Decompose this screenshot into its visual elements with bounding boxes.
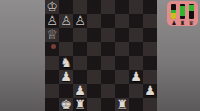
piece-white-pawn[interactable]: ♟ (73, 84, 87, 98)
board-square[interactable] (143, 56, 157, 70)
board-square[interactable] (59, 42, 73, 56)
piece-white-pawn[interactable]: ♟ (143, 84, 157, 98)
meter-group (171, 4, 194, 19)
board-square[interactable] (87, 14, 101, 28)
board-square[interactable] (101, 70, 115, 84)
board-square[interactable] (143, 98, 157, 111)
piece-black-king[interactable]: ♔ (45, 0, 59, 14)
meter-1-fill (171, 13, 176, 19)
meter-1 (171, 4, 176, 19)
board-square[interactable] (59, 84, 73, 98)
meter-3-fill (189, 5, 194, 11)
meter-1-fill (171, 10, 176, 13)
board-square[interactable] (87, 28, 101, 42)
board-square[interactable] (129, 0, 143, 14)
piece-white-pawn[interactable]: ♟ (59, 70, 73, 84)
board-square[interactable] (129, 28, 143, 42)
board-square[interactable] (87, 56, 101, 70)
board-square[interactable] (87, 84, 101, 98)
board-square[interactable] (87, 0, 101, 14)
board-square[interactable] (87, 70, 101, 84)
piece-white-rook[interactable]: ♜ (115, 98, 129, 111)
board-square[interactable] (101, 28, 115, 42)
board-square[interactable] (101, 14, 115, 28)
board-square[interactable] (101, 56, 115, 70)
board-square[interactable] (129, 14, 143, 28)
board-square[interactable] (143, 28, 157, 42)
board-square[interactable] (129, 56, 143, 70)
board-square[interactable] (73, 70, 87, 84)
piece-black-queen[interactable]: ♕ (45, 28, 59, 42)
move-marker-dot[interactable] (51, 44, 56, 49)
board-square[interactable] (73, 56, 87, 70)
queen-meter-icon: ♛ (188, 20, 194, 26)
board-square[interactable] (115, 84, 129, 98)
piece-black-pawn[interactable]: ♙ (45, 14, 59, 28)
board-square[interactable] (115, 28, 129, 42)
board-square[interactable] (45, 84, 59, 98)
meter-2 (180, 4, 185, 19)
board-square[interactable] (73, 0, 87, 14)
piece-white-knight[interactable]: ♞ (59, 56, 73, 70)
pawn-meter-icon: ♟ (171, 20, 177, 26)
piece-black-pawn[interactable]: ♙ (73, 14, 87, 28)
meter-icon-row: ♟♜♛ (171, 20, 194, 26)
board-square[interactable] (45, 56, 59, 70)
meter-2-fill (180, 6, 185, 16)
meter-panel: ♟♜♛ (167, 1, 198, 26)
piece-black-pawn[interactable]: ♙ (59, 14, 73, 28)
board-square[interactable] (101, 0, 115, 14)
board-square[interactable] (87, 42, 101, 56)
board-square[interactable] (73, 42, 87, 56)
meter-3 (189, 4, 194, 19)
board-square[interactable] (101, 98, 115, 111)
piece-white-pawn[interactable]: ♟ (129, 70, 143, 84)
board-square[interactable] (73, 28, 87, 42)
board-square[interactable] (87, 98, 101, 111)
board-square[interactable] (115, 70, 129, 84)
board-square[interactable] (115, 14, 129, 28)
board-square[interactable] (143, 42, 157, 56)
board-square[interactable] (115, 56, 129, 70)
board-square[interactable] (45, 98, 59, 111)
board-square[interactable] (59, 0, 73, 14)
board-square[interactable] (129, 98, 143, 111)
board-square[interactable] (45, 70, 59, 84)
board-square[interactable] (129, 84, 143, 98)
game-window: ♔♙♙♙♕♞♟♟♟♟♚♜♜ ♟♜♛ (0, 0, 200, 111)
board-square[interactable] (143, 70, 157, 84)
board-square[interactable] (101, 84, 115, 98)
board-square[interactable] (115, 0, 129, 14)
rook-meter-icon: ♜ (180, 20, 186, 26)
piece-white-king[interactable]: ♚ (59, 98, 73, 111)
chess-board: ♔♙♙♙♕♞♟♟♟♟♚♜♜ (45, 0, 157, 111)
board-square[interactable] (115, 42, 129, 56)
board-square[interactable] (101, 42, 115, 56)
board-square[interactable] (143, 14, 157, 28)
piece-white-rook[interactable]: ♜ (73, 98, 87, 111)
board-square[interactable] (59, 28, 73, 42)
board-square[interactable] (143, 0, 157, 14)
board-square[interactable] (129, 42, 143, 56)
